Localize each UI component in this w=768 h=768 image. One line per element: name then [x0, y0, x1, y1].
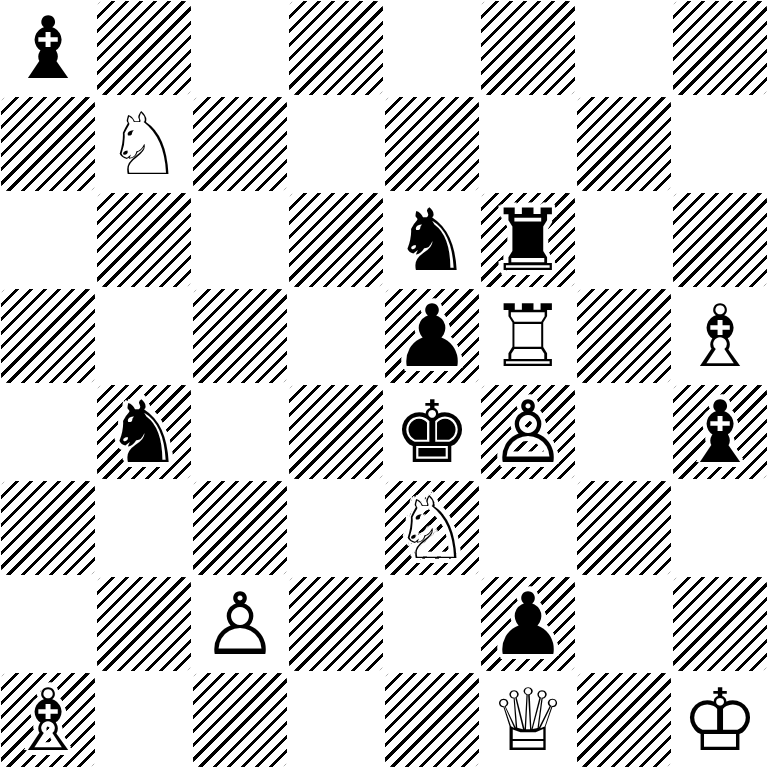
square-c4[interactable] [192, 384, 288, 480]
piece-white-king-h1[interactable]: ♔ [672, 672, 768, 768]
square-f1[interactable]: ♕ [480, 672, 576, 768]
square-e2[interactable] [384, 576, 480, 672]
square-f6[interactable]: ♜ [480, 192, 576, 288]
square-g2[interactable] [576, 576, 672, 672]
piece-black-pawn-e5[interactable]: ♟ [384, 288, 480, 384]
piece-white-pawn-f4[interactable]: ♙ [480, 384, 576, 480]
square-g4[interactable] [576, 384, 672, 480]
square-b8[interactable] [96, 0, 192, 96]
square-d4[interactable] [288, 384, 384, 480]
square-h6[interactable] [672, 192, 768, 288]
square-d2[interactable] [288, 576, 384, 672]
square-a1[interactable]: ♗ [0, 672, 96, 768]
square-b5[interactable] [96, 288, 192, 384]
piece-white-rook-f5[interactable]: ♖ [480, 288, 576, 384]
square-b7[interactable]: ♘ [96, 96, 192, 192]
square-b4[interactable]: ♞ [96, 384, 192, 480]
piece-black-pawn-f2[interactable]: ♟ [480, 576, 576, 672]
square-d5[interactable] [288, 288, 384, 384]
square-f4[interactable]: ♙ [480, 384, 576, 480]
square-e5[interactable]: ♟ [384, 288, 480, 384]
square-c6[interactable] [192, 192, 288, 288]
square-h3[interactable] [672, 480, 768, 576]
square-a4[interactable] [0, 384, 96, 480]
square-a7[interactable] [0, 96, 96, 192]
square-c7[interactable] [192, 96, 288, 192]
square-a6[interactable] [0, 192, 96, 288]
square-f2[interactable]: ♟ [480, 576, 576, 672]
square-f3[interactable] [480, 480, 576, 576]
square-c3[interactable] [192, 480, 288, 576]
square-c5[interactable] [192, 288, 288, 384]
piece-white-knight-e3[interactable]: ♘ [384, 480, 480, 576]
square-e4[interactable]: ♚ [384, 384, 480, 480]
square-a2[interactable] [0, 576, 96, 672]
piece-white-queen-f1[interactable]: ♕ [480, 672, 576, 768]
square-c1[interactable] [192, 672, 288, 768]
square-f8[interactable] [480, 0, 576, 96]
square-d1[interactable] [288, 672, 384, 768]
square-b6[interactable] [96, 192, 192, 288]
piece-white-bishop-a1[interactable]: ♗ [0, 672, 96, 768]
piece-black-rook-f6[interactable]: ♜ [480, 192, 576, 288]
square-g7[interactable] [576, 96, 672, 192]
square-d8[interactable] [288, 0, 384, 96]
piece-black-knight-b4[interactable]: ♞ [96, 384, 192, 480]
square-g1[interactable] [576, 672, 672, 768]
square-g8[interactable] [576, 0, 672, 96]
square-h7[interactable] [672, 96, 768, 192]
piece-black-king-e4[interactable]: ♚ [384, 384, 480, 480]
chessboard: ♝♘♞♜♟♖♗♞♚♙♝♘♙♟♗♕♔ [0, 0, 768, 768]
piece-black-knight-e6[interactable]: ♞ [384, 192, 480, 288]
square-b2[interactable] [96, 576, 192, 672]
piece-white-pawn-c2[interactable]: ♙ [192, 576, 288, 672]
square-g5[interactable] [576, 288, 672, 384]
square-e3[interactable]: ♘ [384, 480, 480, 576]
square-c8[interactable] [192, 0, 288, 96]
square-a8[interactable]: ♝ [0, 0, 96, 96]
square-g3[interactable] [576, 480, 672, 576]
square-f7[interactable] [480, 96, 576, 192]
square-g6[interactable] [576, 192, 672, 288]
square-h8[interactable] [672, 0, 768, 96]
piece-black-bishop-a8[interactable]: ♝ [0, 0, 96, 96]
square-h1[interactable]: ♔ [672, 672, 768, 768]
square-d3[interactable] [288, 480, 384, 576]
square-a3[interactable] [0, 480, 96, 576]
square-e1[interactable] [384, 672, 480, 768]
square-e8[interactable] [384, 0, 480, 96]
piece-white-bishop-h5[interactable]: ♗ [672, 288, 768, 384]
square-b1[interactable] [96, 672, 192, 768]
square-d7[interactable] [288, 96, 384, 192]
square-h2[interactable] [672, 576, 768, 672]
square-h4[interactable]: ♝ [672, 384, 768, 480]
square-h5[interactable]: ♗ [672, 288, 768, 384]
square-e7[interactable] [384, 96, 480, 192]
piece-black-bishop-h4[interactable]: ♝ [672, 384, 768, 480]
square-e6[interactable]: ♞ [384, 192, 480, 288]
piece-white-knight-b7[interactable]: ♘ [96, 96, 192, 192]
square-d6[interactable] [288, 192, 384, 288]
square-c2[interactable]: ♙ [192, 576, 288, 672]
square-a5[interactable] [0, 288, 96, 384]
square-f5[interactable]: ♖ [480, 288, 576, 384]
square-b3[interactable] [96, 480, 192, 576]
